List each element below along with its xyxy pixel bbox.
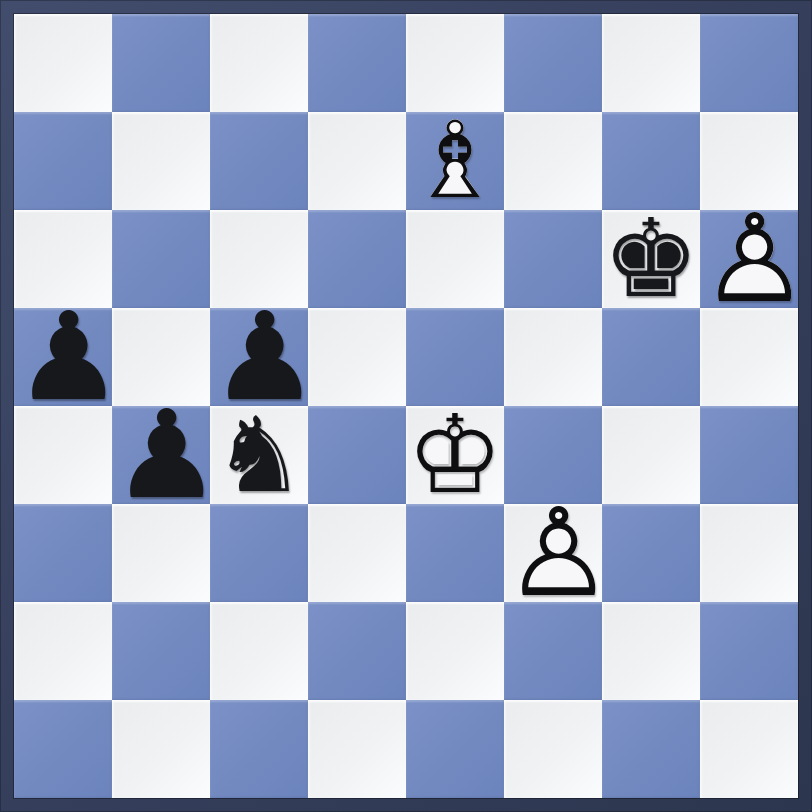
square-a7[interactable] [14, 112, 112, 210]
square-d5[interactable] [308, 308, 406, 406]
square-g8[interactable] [602, 14, 700, 112]
square-g1[interactable] [602, 700, 700, 798]
square-h3[interactable] [700, 504, 798, 602]
black-king-glyph: ♚ [602, 210, 700, 308]
black-knight[interactable]: ♞ [210, 406, 308, 504]
black-knight-glyph: ♞ [210, 406, 308, 504]
square-g6[interactable]: ♚ [602, 210, 700, 308]
white-king[interactable]: ♚♔ [406, 406, 504, 504]
square-a5[interactable]: ♟ [14, 308, 112, 406]
square-f6[interactable] [504, 210, 602, 308]
square-a4[interactable] [14, 406, 112, 504]
square-g2[interactable] [602, 602, 700, 700]
white-pawn[interactable]: ♟♙ [504, 504, 602, 602]
square-g4[interactable] [602, 406, 700, 504]
white-pawn-outline-glyph: ♙ [700, 210, 798, 308]
square-e1[interactable] [406, 700, 504, 798]
square-e7[interactable]: ♝♗ [406, 112, 504, 210]
black-pawn-glyph: ♟ [112, 406, 210, 504]
square-c4[interactable]: ♞ [210, 406, 308, 504]
white-bishop-outline-glyph: ♗ [406, 112, 504, 210]
white-bishop[interactable]: ♝♗ [406, 112, 504, 210]
square-d6[interactable] [308, 210, 406, 308]
white-pawn-outline-glyph: ♙ [504, 504, 602, 602]
square-a3[interactable] [14, 504, 112, 602]
square-e6[interactable] [406, 210, 504, 308]
square-e2[interactable] [406, 602, 504, 700]
black-pawn-glyph: ♟ [14, 308, 112, 406]
square-c7[interactable] [210, 112, 308, 210]
square-e8[interactable] [406, 14, 504, 112]
square-e3[interactable] [406, 504, 504, 602]
black-pawn[interactable]: ♟ [112, 406, 210, 504]
square-f7[interactable] [504, 112, 602, 210]
black-pawn[interactable]: ♟ [14, 308, 112, 406]
square-a2[interactable] [14, 602, 112, 700]
square-g5[interactable] [602, 308, 700, 406]
black-pawn-glyph: ♟ [210, 308, 308, 406]
square-b4[interactable]: ♟ [112, 406, 210, 504]
square-c5[interactable]: ♟ [210, 308, 308, 406]
square-b3[interactable] [112, 504, 210, 602]
white-king-outline-glyph: ♔ [406, 406, 504, 504]
square-c2[interactable] [210, 602, 308, 700]
square-h1[interactable] [700, 700, 798, 798]
black-king[interactable]: ♚ [602, 210, 700, 308]
square-f5[interactable] [504, 308, 602, 406]
square-g3[interactable] [602, 504, 700, 602]
chess-board: ♝♗♚♟♙♟♟♟♞♚♔♟♙ [14, 14, 798, 798]
square-d2[interactable] [308, 602, 406, 700]
square-f3[interactable]: ♟♙ [504, 504, 602, 602]
square-c8[interactable] [210, 14, 308, 112]
square-a1[interactable] [14, 700, 112, 798]
square-b2[interactable] [112, 602, 210, 700]
square-h4[interactable] [700, 406, 798, 504]
square-b1[interactable] [112, 700, 210, 798]
square-d7[interactable] [308, 112, 406, 210]
square-d4[interactable] [308, 406, 406, 504]
square-e4[interactable]: ♚♔ [406, 406, 504, 504]
square-h6[interactable]: ♟♙ [700, 210, 798, 308]
square-f1[interactable] [504, 700, 602, 798]
square-d3[interactable] [308, 504, 406, 602]
board-frame: ♝♗♚♟♙♟♟♟♞♚♔♟♙ [0, 0, 812, 812]
square-b7[interactable] [112, 112, 210, 210]
square-h8[interactable] [700, 14, 798, 112]
square-c3[interactable] [210, 504, 308, 602]
square-h2[interactable] [700, 602, 798, 700]
white-pawn[interactable]: ♟♙ [700, 210, 798, 308]
square-b8[interactable] [112, 14, 210, 112]
square-c1[interactable] [210, 700, 308, 798]
square-f2[interactable] [504, 602, 602, 700]
black-pawn[interactable]: ♟ [210, 308, 308, 406]
square-d1[interactable] [308, 700, 406, 798]
square-f8[interactable] [504, 14, 602, 112]
square-h5[interactable] [700, 308, 798, 406]
square-a8[interactable] [14, 14, 112, 112]
square-b6[interactable] [112, 210, 210, 308]
square-d8[interactable] [308, 14, 406, 112]
